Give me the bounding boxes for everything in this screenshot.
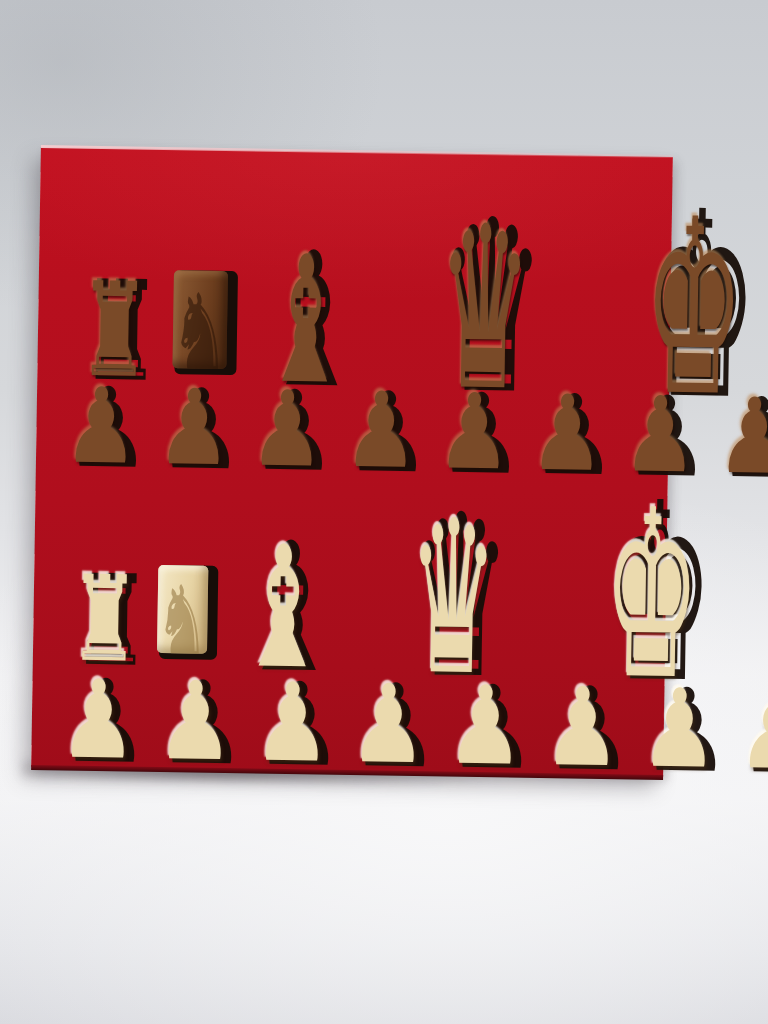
light-pawn-figure: ♟♟: [630, 674, 729, 784]
pawn-icon: ♟: [716, 384, 768, 489]
pawn-icon: ♟: [349, 670, 428, 779]
light-pawn-figure: ♟♟: [727, 676, 768, 786]
light-pawn-figure: ♟♟: [436, 671, 535, 781]
light-bishop[interactable]: ♝♝: [755, 481, 768, 664]
light-pawn-4[interactable]: ♟♟: [340, 670, 438, 756]
light-pawn-8[interactable]: ♟♟: [727, 676, 768, 762]
pawn-icon: ♟: [156, 667, 235, 776]
pawn-icon: ♟: [252, 668, 331, 777]
piece-tray: ♜♜♞♝♝♛♛♚♚♝♝♞♜♜ ♟♟♟♟♟♟♟♟♟♟♟♟♟♟♟♟ ♜♜♞♝♝♛♛♚…: [31, 147, 673, 777]
dark-king[interactable]: ♚♚: [585, 186, 768, 378]
dark-pawn-6[interactable]: ♟♟: [520, 381, 614, 464]
dark-pawn-5[interactable]: ♟♟: [427, 379, 521, 462]
light-pawn-2[interactable]: ♟♟: [146, 667, 244, 753]
pawn-icon: ♟: [59, 665, 138, 774]
light-pawn-figure: ♟♟: [49, 665, 148, 775]
dark-bishop[interactable]: ♝♝: [226, 180, 386, 371]
light-bishop[interactable]: ♝♝: [207, 473, 360, 656]
pawn-icon: ♟: [543, 673, 622, 782]
light-knight-figure: ♞: [157, 565, 208, 654]
light-pawn-5[interactable]: ♟♟: [437, 671, 535, 757]
light-rook[interactable]: ♜♜: [51, 470, 160, 653]
pawn-icon: ♟: [343, 378, 419, 483]
dark-pawn-figure: ♟♟: [240, 376, 335, 481]
dark-knight[interactable]: ♞: [172, 179, 229, 369]
dark-pawn-figure: ♟♟: [147, 375, 242, 480]
light-pawn-figure: ♟♟: [146, 667, 245, 777]
light-pawn-figure: ♟♟: [533, 673, 632, 783]
pawn-icon: ♟: [156, 375, 232, 480]
photo-scene: ♜♜♞♝♝♛♛♚♚♝♝♞♜♜ ♟♟♟♟♟♟♟♟♟♟♟♟♟♟♟♟ ♜♜♞♝♝♛♛♚…: [0, 0, 768, 1024]
dark-pawn-3[interactable]: ♟♟: [241, 376, 335, 459]
light-major-pieces-row: ♜♜♞♝♝♛♛♚♚♝♝♞♜♜: [51, 470, 660, 649]
knight-icon: ♞: [155, 573, 209, 669]
light-pawn-figure: ♟♟: [340, 670, 439, 780]
light-king[interactable]: ♚♚: [547, 478, 758, 662]
dark-pawn-8[interactable]: ♟♟: [707, 384, 768, 467]
dark-pawn-1[interactable]: ♟♟: [54, 373, 148, 456]
dark-rook[interactable]: ♜♜: [55, 177, 174, 368]
dark-pawns-row: ♟♟♟♟♟♟♟♟♟♟♟♟♟♟♟♟: [54, 373, 661, 463]
light-knight[interactable]: ♞: [157, 472, 210, 654]
dark-major-pieces-row: ♜♜♞♝♝♛♛♚♚♝♝♞♜♜: [56, 177, 665, 364]
dark-pawn-2[interactable]: ♟♟: [147, 375, 241, 458]
dark-pawn-figure: ♟♟: [520, 381, 615, 486]
light-pawn-3[interactable]: ♟♟: [243, 668, 341, 754]
pawn-icon: ♟: [640, 675, 719, 784]
light-queen[interactable]: ♛♛: [357, 475, 550, 659]
pawn-icon: ♟: [63, 373, 139, 478]
light-pawn-figure: ♟♟: [243, 668, 342, 778]
light-pawns-row: ♟♟♟♟♟♟♟♟♟♟♟♟♟♟♟♟: [50, 665, 657, 755]
pawn-icon: ♟: [736, 676, 768, 785]
pawn-icon: ♟: [249, 376, 325, 481]
pawn-icon: ♟: [529, 381, 605, 486]
pawn-icon: ♟: [446, 672, 525, 781]
dark-queen[interactable]: ♛♛: [383, 182, 588, 374]
light-pawn-1[interactable]: ♟♟: [49, 665, 147, 751]
light-pawn-6[interactable]: ♟♟: [534, 673, 632, 759]
dark-pawn-4[interactable]: ♟♟: [334, 378, 428, 461]
dark-knight-figure: ♞: [172, 270, 228, 369]
light-pawn-7[interactable]: ♟♟: [630, 674, 728, 760]
dark-pawn-figure: ♟♟: [54, 373, 149, 478]
dark-pawn-figure: ♟♟: [706, 384, 768, 489]
